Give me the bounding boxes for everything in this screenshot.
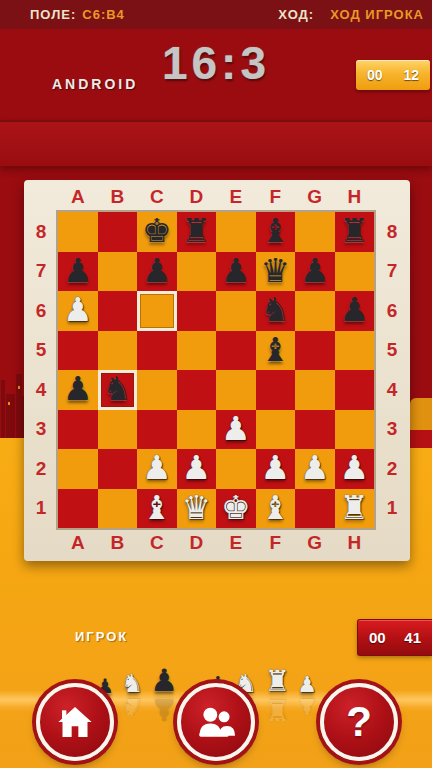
square-d5[interactable] [177,331,217,371]
square-d3[interactable] [177,410,217,450]
square-a3[interactable] [58,410,98,450]
square-f8[interactable]: ♝ [256,212,296,252]
square-c5[interactable] [137,331,177,371]
piece-black-queen: ♛ [260,254,290,287]
chess-board: ABCDEFGH 87654321 ♚♜♝♜♟♟♟♛♟♟♞♟♝♟♞♟♟♟♟♟♟♝… [24,180,410,561]
square-c8[interactable]: ♚ [137,212,177,252]
rank-label-1: 1 [24,489,58,529]
app-root: ПОЛЕ:C6:B4 ХОД:ХОД ИГРОКА 16:3 ANDROID 0… [0,0,432,768]
player-score-box: 00 41 [357,619,432,656]
captured-white-rook-reflection: ♜ [264,695,290,724]
piece-white-king: ♚ [221,491,251,524]
players-icon [195,703,237,741]
piece-black-bishop: ♝ [260,214,290,247]
rank-label-5: 5 [24,331,58,371]
square-f7[interactable]: ♛ [256,252,296,292]
square-g2[interactable]: ♟ [295,449,335,489]
piece-white-queen: ♛ [181,491,211,524]
square-f2[interactable]: ♟ [256,449,296,489]
rank-labels-right: 87654321 [374,212,410,528]
turn-value: ХОД ИГРОКА [330,7,424,22]
square-f1[interactable]: ♝ [256,489,296,529]
background-band [0,120,432,166]
file-label-c: C [137,184,177,210]
piece-white-pawn: ♟ [300,451,330,484]
captured-white-rook: ♜♜ [264,667,290,696]
rank-label-2: 2 [374,449,410,489]
square-h4[interactable] [335,370,375,410]
square-h5[interactable] [335,331,375,371]
square-g3[interactable] [295,410,335,450]
rank-label-6: 6 [24,291,58,331]
opponent-score-left: 00 [367,67,383,83]
square-g4[interactable] [295,370,335,410]
square-g8[interactable] [295,212,335,252]
square-b3[interactable] [98,410,138,450]
square-d7[interactable] [177,252,217,292]
piece-black-pawn: ♟ [339,293,369,326]
file-label-e: E [216,184,256,210]
square-a1[interactable] [58,489,98,529]
rank-label-8: 8 [24,212,58,252]
rank-label-1: 1 [374,489,410,529]
rank-label-7: 7 [374,252,410,292]
piece-black-rook: ♜ [339,214,369,247]
file-label-h: H [335,184,375,210]
square-c6[interactable] [137,291,177,331]
opponent-name: ANDROID [52,76,138,92]
file-label-d: D [177,530,217,558]
turn-info: ХОД:ХОД ИГРОКА [278,7,424,22]
move-field-info: ПОЛЕ:C6:B4 [30,7,125,22]
piece-black-knight: ♞ [260,293,290,326]
captured-white-pawn-reflection: ♟ [297,695,317,717]
captured-white-knight-reflection: ♞ [121,695,143,720]
rank-label-7: 7 [24,252,58,292]
square-e3[interactable]: ♟ [216,410,256,450]
square-a6[interactable]: ♟ [58,291,98,331]
square-b7[interactable] [98,252,138,292]
square-b8[interactable] [98,212,138,252]
square-e4[interactable] [216,370,256,410]
rank-label-4: 4 [24,370,58,410]
field-value: C6:B4 [82,7,125,22]
factory-silhouette [0,366,24,438]
piece-black-pawn: ♟ [300,254,330,287]
file-labels-bottom: ABCDEFGH [58,530,374,558]
home-icon [55,702,95,742]
file-label-f: F [256,530,296,558]
captured-black-pawn: ♟♟ [150,665,178,696]
square-c2[interactable]: ♟ [137,449,177,489]
piece-white-pawn: ♟ [142,451,172,484]
square-g1[interactable] [295,489,335,529]
square-b2[interactable] [98,449,138,489]
piece-white-pawn: ♟ [181,451,211,484]
square-g5[interactable] [295,331,335,371]
square-c1[interactable]: ♝ [137,489,177,529]
captured-pieces-left: ♟♟♞♞♟♟ [96,656,178,696]
square-c7[interactable]: ♟ [137,252,177,292]
piece-white-bishop: ♝ [142,491,172,524]
square-h8[interactable]: ♜ [335,212,375,252]
square-e7[interactable]: ♟ [216,252,256,292]
square-g6[interactable] [295,291,335,331]
file-label-b: B [98,184,138,210]
players-button[interactable] [177,683,255,761]
piece-white-bishop: ♝ [260,491,290,524]
piece-white-rook: ♜ [339,491,369,524]
square-b4[interactable]: ♞ [98,370,138,410]
file-label-a: A [58,184,98,210]
player-name: ИГРОК [75,629,128,644]
square-h6[interactable]: ♟ [335,291,375,331]
file-label-a: A [58,530,98,558]
square-f5[interactable]: ♝ [256,331,296,371]
file-label-h: H [335,530,375,558]
file-label-b: B [98,530,138,558]
file-label-d: D [177,184,217,210]
square-d6[interactable] [177,291,217,331]
rank-label-3: 3 [374,410,410,450]
square-a7[interactable]: ♟ [58,252,98,292]
file-label-g: G [295,530,335,558]
file-label-c: C [137,530,177,558]
player-score-right: 41 [404,629,421,646]
square-e5[interactable] [216,331,256,371]
piece-black-pawn: ♟ [142,254,172,287]
rank-label-2: 2 [24,449,58,489]
square-c3[interactable] [137,410,177,450]
square-e2[interactable] [216,449,256,489]
square-f4[interactable] [256,370,296,410]
file-labels-top: ABCDEFGH [58,184,374,210]
square-e1[interactable]: ♚ [216,489,256,529]
field-label: ПОЛЕ: [30,7,76,22]
piece-white-pawn: ♟ [260,451,290,484]
square-f3[interactable] [256,410,296,450]
square-d8[interactable]: ♜ [177,212,217,252]
square-a8[interactable] [58,212,98,252]
square-a4[interactable]: ♟ [58,370,98,410]
rank-label-5: 5 [374,331,410,371]
rank-label-8: 8 [374,212,410,252]
square-h7[interactable] [335,252,375,292]
piece-black-bishop: ♝ [260,333,290,366]
piece-black-knight: ♞ [102,372,132,405]
piece-black-pawn: ♟ [63,254,93,287]
square-h1[interactable]: ♜ [335,489,375,529]
rank-labels-left: 87654321 [24,212,58,528]
captured-white-knight: ♞♞ [121,671,143,696]
square-e6[interactable] [216,291,256,331]
top-bar: ПОЛЕ:C6:B4 ХОД:ХОД ИГРОКА [0,0,432,29]
piece-white-pawn: ♟ [221,412,251,445]
question-mark-icon: ? [346,698,372,746]
square-b1[interactable] [98,489,138,529]
rank-label-6: 6 [374,291,410,331]
piece-black-pawn: ♟ [63,372,93,405]
turn-label: ХОД: [278,7,314,22]
square-f6[interactable]: ♞ [256,291,296,331]
square-a2[interactable] [58,449,98,489]
piece-black-rook: ♜ [181,214,211,247]
help-button[interactable]: ? [320,683,398,761]
home-button[interactable] [36,683,114,761]
square-d1[interactable]: ♛ [177,489,217,529]
square-b6[interactable] [98,291,138,331]
opponent-score-box: 00 12 [356,60,430,90]
square-e8[interactable] [216,212,256,252]
piece-black-pawn: ♟ [221,254,251,287]
square-d4[interactable] [177,370,217,410]
file-label-f: F [256,184,296,210]
rank-label-3: 3 [24,410,58,450]
piece-white-pawn: ♟ [339,451,369,484]
road-stripe [410,430,432,448]
captured-white-pawn: ♟♟ [297,674,317,696]
board-grid: ♚♜♝♜♟♟♟♛♟♟♞♟♝♟♞♟♟♟♟♟♟♝♛♚♝♜ [58,212,374,528]
square-c4[interactable] [137,370,177,410]
piece-black-king: ♚ [142,214,172,247]
file-label-g: G [295,184,335,210]
opponent-score-right: 12 [403,67,419,83]
file-label-e: E [216,530,256,558]
square-d2[interactable]: ♟ [177,449,217,489]
square-b5[interactable] [98,331,138,371]
piece-white-pawn: ♟ [63,293,93,326]
square-h3[interactable] [335,410,375,450]
square-h2[interactable]: ♟ [335,449,375,489]
player-score-left: 00 [369,629,386,646]
square-a5[interactable] [58,331,98,371]
rank-label-4: 4 [374,370,410,410]
captured-black-pawn-reflection: ♟ [150,694,178,725]
square-g7[interactable]: ♟ [295,252,335,292]
